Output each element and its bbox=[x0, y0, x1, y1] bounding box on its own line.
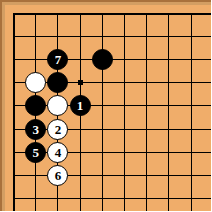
grid-line-horizontal bbox=[13, 175, 212, 176]
frame-left-inner bbox=[2, 2, 5, 211]
stone-move-number: 7 bbox=[55, 53, 62, 66]
grid-line-vertical bbox=[168, 13, 169, 212]
stone-black[interactable] bbox=[47, 72, 68, 93]
grid-line-vertical bbox=[13, 13, 15, 212]
stone-move-number: 2 bbox=[55, 123, 62, 136]
stone-black-1[interactable]: 1 bbox=[70, 95, 91, 116]
grid-line-horizontal bbox=[13, 36, 212, 37]
stone-move-number: 1 bbox=[77, 99, 84, 112]
grid-line-vertical bbox=[124, 13, 125, 212]
grid-line-horizontal bbox=[13, 13, 212, 15]
grid-line-horizontal bbox=[13, 198, 212, 199]
stone-white-2[interactable]: 2 bbox=[47, 119, 68, 140]
stone-white-6[interactable]: 6 bbox=[47, 165, 68, 186]
stone-black[interactable] bbox=[92, 49, 113, 70]
hoshi-marker bbox=[78, 80, 83, 85]
stone-white[interactable] bbox=[47, 95, 68, 116]
grid-line-vertical bbox=[102, 13, 103, 212]
stone-move-number: 6 bbox=[55, 169, 62, 182]
stone-black[interactable] bbox=[25, 95, 46, 116]
stone-white[interactable] bbox=[25, 72, 46, 93]
stone-black-7[interactable]: 7 bbox=[47, 49, 68, 70]
stone-move-number: 4 bbox=[55, 146, 62, 159]
frame-top-inner bbox=[2, 2, 211, 5]
go-board[interactable]: 7132546 bbox=[0, 0, 211, 211]
stone-move-number: 5 bbox=[32, 146, 39, 159]
grid-line-vertical bbox=[191, 13, 192, 212]
grid-line-vertical bbox=[146, 13, 147, 212]
stone-white-4[interactable]: 4 bbox=[47, 142, 68, 163]
stone-black-3[interactable]: 3 bbox=[25, 119, 46, 140]
stone-black-5[interactable]: 5 bbox=[25, 142, 46, 163]
go-corner-diagram: 7132546 bbox=[0, 0, 211, 211]
stone-move-number: 3 bbox=[32, 123, 39, 136]
